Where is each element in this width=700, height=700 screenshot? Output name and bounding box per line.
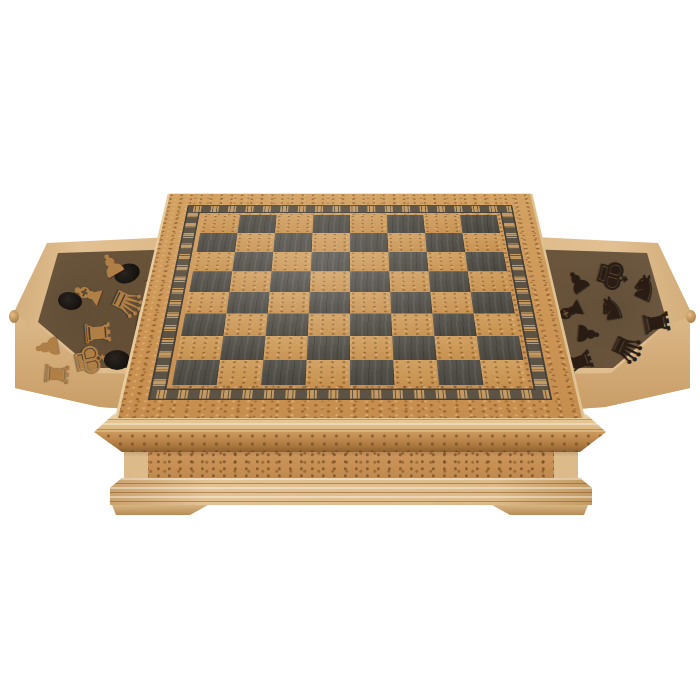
- square-a4: [185, 292, 229, 314]
- square-e3: [350, 314, 392, 337]
- product-photo-stage: ♟♝♛♞♜♟♚♟♜ ♚♟♞♝♞♜♟♛♟♜: [0, 0, 700, 700]
- square-g7: [425, 233, 465, 252]
- square-b3: [223, 314, 267, 337]
- square-b4: [226, 292, 269, 314]
- square-d7: [312, 233, 350, 252]
- square-a5: [189, 271, 232, 292]
- square-f6: [388, 252, 428, 272]
- square-g8: [423, 215, 462, 233]
- square-f2: [392, 336, 436, 360]
- square-f4: [390, 292, 432, 314]
- square-b8: [238, 215, 277, 233]
- square-a7: [197, 233, 238, 252]
- square-c4: [268, 292, 310, 314]
- square-f5: [389, 271, 430, 292]
- square-e7: [350, 233, 388, 252]
- left-bracket-foot: [112, 505, 208, 515]
- square-h3: [474, 314, 519, 337]
- square-h2: [477, 336, 524, 360]
- square-h8: [460, 215, 500, 233]
- square-h7: [462, 233, 503, 252]
- square-f1: [393, 360, 439, 385]
- square-f7: [387, 233, 426, 252]
- square-f3: [391, 314, 434, 337]
- right-bracket-foot: [492, 505, 588, 515]
- square-g5: [429, 271, 471, 292]
- square-a6: [193, 252, 235, 272]
- square-d2: [307, 336, 350, 360]
- square-h6: [465, 252, 507, 272]
- square-b5: [229, 271, 271, 292]
- square-h1: [480, 360, 528, 385]
- square-a3: [181, 314, 226, 337]
- square-c1: [261, 360, 307, 385]
- square-h4: [471, 292, 515, 314]
- square-b1: [217, 360, 264, 385]
- box-cornice-cove: [94, 432, 606, 452]
- square-b2: [220, 336, 266, 360]
- square-b7: [235, 233, 275, 252]
- square-a8: [200, 215, 240, 233]
- square-d8: [313, 215, 350, 233]
- square-d6: [311, 252, 350, 272]
- square-e6: [350, 252, 389, 272]
- box-base-molding: [110, 478, 592, 505]
- square-d4: [309, 292, 350, 314]
- dark-rook: ♜: [637, 305, 676, 341]
- square-c5: [270, 271, 311, 292]
- square-e1: [350, 360, 394, 385]
- square-c8: [275, 215, 313, 233]
- ornament-band-bottom: [150, 390, 550, 399]
- square-d1: [306, 360, 350, 385]
- square-d5: [310, 271, 350, 292]
- light-rook: ♜: [39, 358, 73, 389]
- square-b6: [232, 252, 273, 272]
- square-d3: [308, 314, 350, 337]
- square-c3: [266, 314, 309, 337]
- square-c7: [273, 233, 312, 252]
- square-e4: [350, 292, 391, 314]
- board-top-plate: [115, 193, 585, 418]
- square-g3: [432, 314, 476, 337]
- square-a2: [177, 336, 224, 360]
- square-g6: [427, 252, 468, 272]
- square-g4: [430, 292, 473, 314]
- square-e2: [350, 336, 393, 360]
- square-e8: [350, 215, 387, 233]
- square-c2: [263, 336, 307, 360]
- square-h5: [468, 271, 511, 292]
- square-g1: [437, 360, 484, 385]
- square-g2: [434, 336, 480, 360]
- square-f8: [387, 215, 425, 233]
- dark-knight: ♞: [594, 290, 628, 326]
- square-c6: [271, 252, 311, 272]
- board-grid: [172, 215, 528, 385]
- square-e5: [350, 271, 390, 292]
- square-a1: [172, 360, 220, 385]
